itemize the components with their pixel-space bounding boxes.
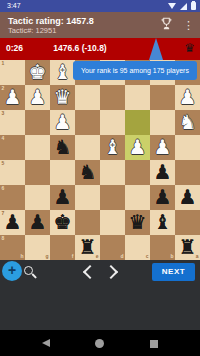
square-a6[interactable]: ♟ (175, 185, 200, 210)
square-d6[interactable] (100, 185, 125, 210)
add-button[interactable]: + (2, 261, 22, 281)
black-knight[interactable]: ♞ (50, 135, 75, 160)
square-c5[interactable] (125, 160, 150, 185)
square-h6[interactable]: 6 (0, 185, 25, 210)
square-h1[interactable]: 1 (0, 60, 25, 85)
square-b2[interactable] (150, 85, 175, 110)
file-label-f: f (72, 254, 74, 259)
app-bar-text: Tactic rating: 1457.8 Tactic#: 12951 (8, 16, 94, 35)
black-pawn[interactable]: ♟ (175, 185, 200, 210)
square-h2[interactable]: 2♟ (0, 85, 25, 110)
square-e4[interactable] (75, 135, 100, 160)
black-king[interactable]: ♚ (50, 210, 75, 235)
rank-toast: Your rank is 95 among 175 players (73, 61, 197, 80)
white-pawn[interactable]: ♟ (25, 85, 50, 110)
rank-label-8: 8 (2, 236, 5, 241)
file-label-h: h (20, 254, 23, 259)
rating-delta: 1476.6 (-10.8) (0, 38, 160, 58)
android-nav-bar (0, 330, 200, 356)
square-f5[interactable] (50, 160, 75, 185)
black-rook[interactable]: ♜ (175, 235, 200, 260)
square-a2[interactable]: ♟ (175, 85, 200, 110)
square-g1[interactable]: ♚ (25, 60, 50, 85)
square-a7[interactable] (175, 210, 200, 235)
file-label-g: g (45, 254, 48, 259)
rating-pointer-icon (149, 38, 163, 60)
file-label-d: d (120, 254, 123, 259)
search-icon[interactable] (22, 264, 37, 279)
status-icons (168, 2, 196, 10)
square-f8[interactable]: f (50, 235, 75, 260)
square-b5[interactable]: ♟ (150, 160, 175, 185)
square-c4[interactable]: ♟ (125, 135, 150, 160)
white-queen[interactable]: ♛ (50, 85, 75, 110)
square-e7[interactable] (75, 210, 100, 235)
black-pawn[interactable]: ♟ (25, 210, 50, 235)
nav-recents-icon[interactable] (150, 340, 158, 348)
nav-home-icon[interactable] (95, 339, 104, 348)
square-g5[interactable] (25, 160, 50, 185)
wifi-icon (168, 3, 176, 9)
square-b8[interactable]: b (150, 235, 175, 260)
square-a3[interactable]: ♞ (175, 110, 200, 135)
square-e8[interactable]: e♜ (75, 235, 100, 260)
white-king[interactable]: ♚ (25, 60, 50, 85)
battery-icon (191, 2, 196, 10)
white-pawn[interactable]: ♟ (0, 85, 25, 110)
square-c2[interactable] (125, 85, 150, 110)
black-pawn[interactable]: ♟ (150, 185, 175, 210)
square-c7[interactable]: ♛ (125, 210, 150, 235)
square-e3[interactable] (75, 110, 100, 135)
square-e2[interactable] (75, 85, 100, 110)
square-b6[interactable]: ♟ (150, 185, 175, 210)
rank-label-5: 5 (2, 161, 5, 166)
square-b3[interactable] (150, 110, 175, 135)
square-d4[interactable]: ♝ (100, 135, 125, 160)
white-knight[interactable]: ♞ (175, 110, 200, 135)
file-label-b: b (170, 254, 173, 259)
page-subtitle: Tactic#: 12951 (8, 27, 94, 35)
nav-back-icon[interactable] (42, 339, 50, 347)
app-screen: 3:47 Tactic rating: 1457.8 Tactic#: 1295… (0, 0, 200, 356)
square-h3[interactable]: 3 (0, 110, 25, 135)
square-a4[interactable] (175, 135, 200, 160)
square-h4[interactable]: 4 (0, 135, 25, 160)
square-e5[interactable]: ♞ (75, 160, 100, 185)
square-f1[interactable]: ♝ (50, 60, 75, 85)
black-pawn[interactable]: ♟ (150, 160, 175, 185)
square-g2[interactable]: ♟ (25, 85, 50, 110)
square-g4[interactable] (25, 135, 50, 160)
black-knight[interactable]: ♞ (75, 160, 100, 185)
black-bishop[interactable]: ♝ (150, 210, 175, 235)
white-bishop[interactable]: ♝ (100, 135, 125, 160)
file-label-c: c (146, 254, 149, 259)
rank-label-6: 6 (2, 186, 5, 191)
black-pawn[interactable]: ♟ (0, 210, 25, 235)
square-c6[interactable] (125, 185, 150, 210)
status-bar: 3:47 (0, 0, 200, 12)
square-f4[interactable]: ♞ (50, 135, 75, 160)
white-pawn[interactable]: ♟ (125, 135, 150, 160)
square-a5[interactable] (175, 160, 200, 185)
page-title: Tactic rating: 1457.8 (8, 16, 94, 26)
white-pawn[interactable]: ♟ (175, 85, 200, 110)
square-c8[interactable]: c (125, 235, 150, 260)
square-f6[interactable]: ♟ (50, 185, 75, 210)
square-g6[interactable] (25, 185, 50, 210)
square-d8[interactable]: d (100, 235, 125, 260)
next-button[interactable]: NEXT (152, 263, 195, 281)
trophy-icon[interactable] (159, 15, 174, 35)
black-queen[interactable]: ♛ (125, 210, 150, 235)
square-d5[interactable] (100, 160, 125, 185)
signal-icon (180, 3, 187, 10)
square-g3[interactable] (25, 110, 50, 135)
square-d2[interactable] (100, 85, 125, 110)
square-b7[interactable]: ♝ (150, 210, 175, 235)
square-d7[interactable] (100, 210, 125, 235)
square-f2[interactable]: ♛ (50, 85, 75, 110)
chess-board: 1♚♝♜♜2♟♟♛♟3♟♞4♞♝♟♟5♞♟6♟♟♟7♟♟♚♛♝8hgfe♜dcb… (0, 60, 200, 260)
rank-label-4: 4 (2, 136, 5, 141)
rank-label-1: 1 (2, 61, 5, 66)
square-c3[interactable] (125, 110, 150, 135)
square-h7[interactable]: 7♟ (0, 210, 25, 235)
square-g7[interactable]: ♟ (25, 210, 50, 235)
white-bishop[interactable]: ♝ (50, 60, 75, 85)
side-to-move-icon: ♛ (184, 41, 195, 55)
square-f3[interactable]: ♟ (50, 110, 75, 135)
info-bar: 0:26 1476.6 (-10.8) ♛ (0, 38, 200, 60)
app-bar: Tactic rating: 1457.8 Tactic#: 12951 ⋮ (0, 12, 200, 38)
square-h5[interactable]: 5 (0, 160, 25, 185)
control-panel: + NEXT (0, 260, 200, 330)
status-time: 3:47 (7, 0, 21, 12)
square-a8[interactable]: a♜ (175, 235, 200, 260)
square-h8[interactable]: 8h (0, 235, 25, 260)
square-b4[interactable]: ♟ (150, 135, 175, 160)
black-pawn[interactable]: ♟ (50, 185, 75, 210)
black-rook[interactable]: ♜ (75, 235, 100, 260)
overflow-menu-icon[interactable]: ⋮ (183, 20, 194, 31)
square-d3[interactable] (100, 110, 125, 135)
white-pawn[interactable]: ♟ (50, 110, 75, 135)
square-e6[interactable] (75, 185, 100, 210)
square-g8[interactable]: g (25, 235, 50, 260)
white-pawn[interactable]: ♟ (150, 135, 175, 160)
square-f7[interactable]: ♚ (50, 210, 75, 235)
rank-label-3: 3 (2, 111, 5, 116)
